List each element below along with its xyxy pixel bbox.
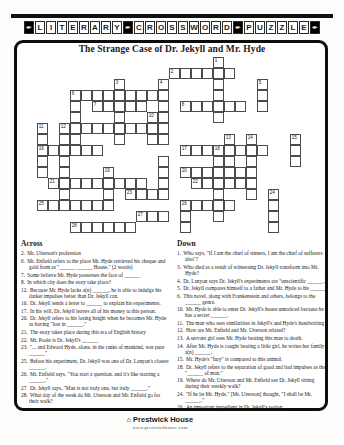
grid-cell[interactable]: [246, 145, 257, 156]
grid-cell[interactable]: 22: [191, 178, 202, 189]
grid-void: [257, 134, 268, 145]
grid-cell[interactable]: [191, 68, 202, 79]
grid-cell[interactable]: [246, 156, 257, 167]
grid-cell[interactable]: [235, 167, 246, 178]
grid-void: [290, 57, 301, 68]
publisher-name: Prestwick House: [133, 415, 193, 424]
cell-number: 16: [39, 146, 44, 151]
grid-cell[interactable]: 18: [213, 145, 224, 156]
grid-cell[interactable]: [81, 90, 92, 101]
letter-tile: S: [178, 21, 188, 34]
grid-cell[interactable]: [257, 145, 268, 156]
across-clue-list: 2. Mr. Utterson's profession6. Mr. Enfie…: [21, 250, 170, 404]
grid-void: [290, 68, 301, 79]
grid-cell[interactable]: [147, 90, 158, 101]
grid-cell[interactable]: 21: [48, 178, 59, 189]
grid-void: [136, 145, 147, 156]
grid-cell[interactable]: [81, 123, 92, 134]
grid-cell[interactable]: [202, 200, 213, 211]
grid-cell[interactable]: [224, 167, 235, 178]
grid-void: [268, 68, 279, 79]
grid-cell[interactable]: 7: [92, 101, 103, 112]
grid-cell[interactable]: [114, 222, 125, 233]
grid-cell[interactable]: [158, 211, 169, 222]
grid-void: [37, 68, 48, 79]
grid-cell[interactable]: [59, 200, 70, 211]
grid-void: [268, 57, 279, 68]
grid-void: [268, 112, 279, 123]
grid-cell[interactable]: [92, 123, 103, 134]
clue-text: Mr. Utterson's profession: [27, 250, 80, 256]
grid-cell[interactable]: [125, 90, 136, 101]
grid-cell[interactable]: [136, 101, 147, 112]
grid-cell[interactable]: [202, 167, 213, 178]
grid-void: [290, 189, 301, 200]
grid-cell[interactable]: [114, 134, 125, 145]
grid-cell[interactable]: 2: [169, 68, 180, 79]
grid-void: [191, 57, 202, 68]
grid-cell[interactable]: [136, 178, 147, 189]
clue-text: Dr. Jekyll refers to his losing height w…: [29, 315, 166, 327]
grid-void: [279, 167, 290, 178]
grid-cell[interactable]: 20: [180, 167, 191, 178]
letter-tile: U: [255, 21, 265, 34]
grid-cell[interactable]: [191, 200, 202, 211]
grid-void: [202, 79, 213, 90]
grid-cell[interactable]: [158, 101, 169, 112]
grid-void: [202, 156, 213, 167]
grid-cell[interactable]: [158, 90, 169, 101]
grid-cell[interactable]: [37, 156, 48, 167]
grid-void: [92, 134, 103, 145]
grid-cell[interactable]: [290, 145, 301, 156]
grid-cell[interactable]: [147, 189, 158, 200]
grid-cell[interactable]: [213, 112, 224, 123]
grid-void: [224, 211, 235, 222]
letter-tile: Z: [277, 21, 287, 34]
grid-cell[interactable]: [191, 145, 202, 156]
grid-cell[interactable]: 12: [59, 123, 70, 134]
banner-tile-row: ✒LITERARY✒CROSSWORD✒PUZZLE✒: [0, 21, 344, 34]
grid-void: [125, 134, 136, 145]
clue-text: Dr. Lanyon says Dr. Jekyll's experiments…: [183, 278, 326, 284]
grid-void: [158, 200, 169, 211]
grid-void: [59, 211, 70, 222]
grid-cell[interactable]: [224, 178, 235, 189]
grid-cell[interactable]: [103, 200, 114, 211]
grid-cell[interactable]: [114, 101, 125, 112]
grid-void: [246, 57, 257, 68]
clue-item: 16. Dr. Jekyll sends a letter to ______ …: [21, 300, 170, 306]
grid-void: [114, 211, 125, 222]
letter-tile: R: [79, 21, 89, 34]
clue-item: 18. Dr. Jekyll refers to the separation …: [177, 364, 329, 376]
grid-cell[interactable]: 24: [268, 189, 279, 200]
grid-cell[interactable]: [213, 211, 224, 222]
grid-void: [180, 79, 191, 90]
grid-void: [268, 145, 279, 156]
grid-cell[interactable]: 15: [290, 134, 301, 145]
clue-number: 21.: [21, 329, 30, 335]
cell-number: 12: [61, 124, 66, 129]
grid-cell[interactable]: [202, 101, 213, 112]
grid-cell[interactable]: [70, 178, 81, 189]
clue-item: 15. Mr. Hyde's "fury" is compared to thi…: [177, 356, 329, 362]
grid-void: [92, 189, 103, 200]
cell-number: 20: [182, 168, 187, 173]
grid-cell[interactable]: [103, 222, 114, 233]
cell-number: 1: [215, 58, 218, 63]
grid-void: [169, 112, 180, 123]
grid-void: [147, 222, 158, 233]
grid-void: [279, 211, 290, 222]
grid-void: [70, 68, 81, 79]
grid-cell[interactable]: [92, 200, 103, 211]
grid-void: [103, 57, 114, 68]
grid-cell[interactable]: [290, 156, 301, 167]
grid-cell[interactable]: [103, 101, 114, 112]
grid-cell[interactable]: [257, 101, 268, 112]
grid-cell[interactable]: [48, 200, 59, 211]
grid-cell[interactable]: [213, 79, 224, 90]
clue-item: 17. In his will, Dr. Jekyll leaves all o…: [21, 308, 170, 314]
letter-tile: I: [46, 21, 56, 34]
grid-cell[interactable]: [125, 222, 136, 233]
clue-text: Before his experiment, Dr. Jekyll was on…: [29, 358, 169, 370]
grid-void: [114, 200, 125, 211]
cell-number: 14: [248, 135, 253, 140]
grid-cell[interactable]: [191, 167, 202, 178]
grid-cell[interactable]: [235, 145, 246, 156]
grid-cell[interactable]: [125, 101, 136, 112]
clue-text: How are Mr. Enfield and Mr. Utterson rel…: [186, 327, 285, 333]
grid-void: [103, 156, 114, 167]
grid-void: [279, 90, 290, 101]
clue-text: Who died as a result of witnessing Dr. J…: [183, 264, 318, 276]
clue-text: Dr. Jekyll refers to the separation of g…: [185, 364, 326, 376]
grid-void: [169, 200, 180, 211]
grid-cell[interactable]: 13: [224, 134, 235, 145]
grid-cell[interactable]: 10: [147, 112, 158, 123]
grid-cell[interactable]: [202, 68, 213, 79]
grid-cell[interactable]: [147, 123, 158, 134]
grid-cell[interactable]: [147, 134, 158, 145]
grid-cell[interactable]: [246, 167, 257, 178]
grid-void: [136, 68, 147, 79]
grid-cell[interactable]: [213, 167, 224, 178]
grid-void: [92, 156, 103, 167]
grid-cell[interactable]: [191, 101, 202, 112]
grid-cell[interactable]: [103, 123, 114, 134]
grid-void: [180, 156, 191, 167]
clue-text: "If he be Mr. Hyde," [Mr. Utterson] thou…: [185, 391, 312, 403]
grid-void: [48, 167, 59, 178]
grid-void: [257, 68, 268, 79]
cell-number: 5: [259, 80, 262, 85]
grid-void: [257, 112, 268, 123]
grid-void: [37, 189, 48, 200]
grid-void: [202, 211, 213, 222]
grid-void: [147, 101, 158, 112]
clue-text: After Mr. Hyde is caught beating a littl…: [185, 343, 325, 355]
grid-cell[interactable]: 28: [70, 222, 81, 233]
grid-cell[interactable]: [213, 178, 224, 189]
grid-void: [268, 101, 279, 112]
grid-void: [169, 79, 180, 90]
letter-tile: Y: [112, 21, 122, 34]
grid-cell[interactable]: [70, 200, 81, 211]
grid-cell[interactable]: [70, 112, 81, 123]
grid-cell[interactable]: 27: [136, 211, 147, 222]
ornament-tile-icon: ✒: [310, 21, 320, 34]
grid-cell[interactable]: 23: [125, 189, 136, 200]
grid-void: [103, 134, 114, 145]
grid-void: [81, 189, 92, 200]
letter-tile: A: [90, 21, 100, 34]
grid-cell[interactable]: [268, 211, 279, 222]
grid-cell[interactable]: [59, 167, 70, 178]
grid-cell[interactable]: [246, 189, 257, 200]
grid-cell[interactable]: [81, 200, 92, 211]
grid-void: [37, 101, 48, 112]
grid-void: [48, 101, 59, 112]
grid-cell[interactable]: [136, 189, 147, 200]
grid-void: [279, 222, 290, 233]
clue-text: Mr. Hyde is able to enter Dr. Jekyll's h…: [185, 306, 324, 318]
grid-cell[interactable]: [202, 178, 213, 189]
grid-void: [169, 156, 180, 167]
grid-cell[interactable]: 19: [103, 167, 114, 178]
grid-cell[interactable]: [213, 68, 224, 79]
grid-void: [279, 123, 290, 134]
grid-cell[interactable]: [81, 145, 92, 156]
grid-cell[interactable]: 1: [213, 57, 224, 68]
grid-cell[interactable]: [70, 101, 81, 112]
grid-cell[interactable]: 14: [246, 134, 257, 145]
grid-void: [279, 79, 290, 90]
grid-cell[interactable]: [213, 200, 224, 211]
grid-void: [48, 123, 59, 134]
grid-void: [103, 68, 114, 79]
grid-void: [235, 90, 246, 101]
grid-cell[interactable]: [114, 123, 125, 134]
grid-cell[interactable]: [114, 112, 125, 123]
grid-cell[interactable]: [59, 189, 70, 200]
cell-number: 6: [72, 91, 75, 96]
grid-void: [48, 156, 59, 167]
grid-cell[interactable]: 25: [37, 200, 48, 211]
grid-void: [59, 101, 70, 112]
grid-cell[interactable]: [92, 222, 103, 233]
grid-cell[interactable]: [224, 68, 235, 79]
clue-item: 7. Some believe Mr. Hyde possesses the f…: [21, 272, 170, 278]
grid-cell[interactable]: [92, 145, 103, 156]
grid-cell[interactable]: [158, 189, 169, 200]
grid-cell[interactable]: 3: [114, 79, 125, 90]
clue-item: 27. Dr. Jekyll says, "Man is not truly o…: [21, 385, 170, 391]
clue-item: 23. "... and Edward Hyde, alone, in the …: [21, 344, 170, 356]
grid-void: [268, 167, 279, 178]
grid-cell[interactable]: [158, 167, 169, 178]
grid-cell[interactable]: [125, 178, 136, 189]
grid-cell[interactable]: [92, 90, 103, 101]
grid-void: [202, 222, 213, 233]
grid-void: [235, 112, 246, 123]
grid-void: [136, 57, 147, 68]
grid-void: [81, 211, 92, 222]
letter-tile: O: [200, 21, 210, 34]
grid-cell[interactable]: [103, 178, 114, 189]
grid-void: [290, 112, 301, 123]
grid-void: [70, 211, 81, 222]
grid-cell[interactable]: [70, 123, 81, 134]
grid-cell[interactable]: [37, 167, 48, 178]
grid-void: [169, 90, 180, 101]
grid-void: [37, 112, 48, 123]
grid-cell[interactable]: [125, 123, 136, 134]
grid-void: [37, 79, 48, 90]
grid-void: [246, 200, 257, 211]
grid-cell[interactable]: [81, 178, 92, 189]
grid-cell[interactable]: [257, 90, 268, 101]
grid-cell[interactable]: [224, 101, 235, 112]
grid-void: [48, 90, 59, 101]
grid-cell[interactable]: [70, 134, 81, 145]
grid-cell[interactable]: [246, 178, 257, 189]
grid-void: [290, 200, 301, 211]
grid-cell[interactable]: [48, 145, 59, 156]
grid-void: [202, 112, 213, 123]
grid-cell[interactable]: [224, 145, 235, 156]
grid-void: [224, 90, 235, 101]
grid-cell[interactable]: [213, 101, 224, 112]
grid-void: [37, 178, 48, 189]
clue-text: What day of the week do Mr. Utterson and…: [29, 392, 160, 404]
grid-cell[interactable]: 17: [180, 145, 191, 156]
grid-cell[interactable]: [37, 134, 48, 145]
grid-cell[interactable]: [268, 222, 279, 233]
grid-void: [169, 57, 180, 68]
grid-cell[interactable]: [147, 211, 158, 222]
grid-cell[interactable]: [158, 123, 169, 134]
grid-cell[interactable]: 26: [180, 200, 191, 211]
grid-void: [169, 145, 180, 156]
grid-cell[interactable]: 5: [257, 79, 268, 90]
grid-void: [125, 57, 136, 68]
grid-cell[interactable]: [235, 178, 246, 189]
grid-cell[interactable]: [268, 200, 279, 211]
grid-void: [81, 167, 92, 178]
grid-cell[interactable]: [92, 178, 103, 189]
grid-void: [191, 134, 202, 145]
clue-number: 16.: [21, 300, 30, 306]
grid-cell[interactable]: [158, 112, 169, 123]
grid-cell[interactable]: [224, 200, 235, 211]
cell-number: 24: [270, 190, 275, 195]
grid-void: [224, 79, 235, 90]
grid-cell[interactable]: [81, 222, 92, 233]
grid-cell[interactable]: [114, 178, 125, 189]
grid-void: [37, 57, 48, 68]
grid-void: [235, 222, 246, 233]
grid-cell[interactable]: [114, 90, 125, 101]
grid-cell[interactable]: 6: [70, 90, 81, 101]
grid-void: [70, 57, 81, 68]
grid-void: [147, 145, 158, 156]
grid-void: [246, 222, 257, 233]
grid-void: [169, 222, 180, 233]
grid-cell[interactable]: [59, 145, 70, 156]
grid-void: [279, 156, 290, 167]
grid-void: [114, 156, 125, 167]
grid-cell[interactable]: [158, 156, 169, 167]
grid-cell[interactable]: [213, 156, 224, 167]
grid-void: [268, 123, 279, 134]
grid-cell[interactable]: [180, 222, 191, 233]
letter-tile: L: [35, 21, 45, 34]
letter-tile: W: [189, 21, 199, 34]
grid-void: [268, 79, 279, 90]
grid-cell[interactable]: [70, 145, 81, 156]
grid-void: [257, 178, 268, 189]
grid-void: [158, 57, 169, 68]
grid-cell[interactable]: 8: [180, 101, 191, 112]
grid-void: [125, 79, 136, 90]
grid-cell[interactable]: 11: [37, 123, 48, 134]
grid-cell[interactable]: [213, 90, 224, 101]
grid-cell[interactable]: [59, 156, 70, 167]
grid-cell[interactable]: [103, 90, 114, 101]
grid-cell[interactable]: [224, 156, 235, 167]
grid-void: [59, 79, 70, 90]
letter-tile: R: [211, 21, 221, 34]
cell-number: 28: [72, 223, 77, 228]
clue-item: 14. After Mr. Hyde is caught beating a l…: [177, 343, 329, 355]
grid-void: [290, 101, 301, 112]
clue-text: In his will, Dr. Jekyll leaves all of hi…: [30, 308, 156, 314]
grid-void: [257, 57, 268, 68]
grid-cell[interactable]: [158, 178, 169, 189]
grid-cell[interactable]: 4: [158, 79, 169, 90]
grid-void: [103, 79, 114, 90]
grid-cell[interactable]: [136, 90, 147, 101]
clue-item: 5. Dr. Jekyll compares himself to a fath…: [177, 285, 329, 291]
grid-void: [235, 156, 246, 167]
puzzle-title: The Strange Case of Dr. Jekyll and Mr. H…: [0, 44, 344, 54]
grid-void: [246, 68, 257, 79]
grid-void: [279, 68, 290, 79]
clue-item: 28. What day of the week do Mr. Utterson…: [21, 392, 170, 404]
grid-cell[interactable]: [213, 189, 224, 200]
grid-void: [81, 112, 92, 123]
grid-cell[interactable]: [59, 178, 70, 189]
grid-cell[interactable]: [103, 189, 114, 200]
grid-cell[interactable]: [202, 145, 213, 156]
cell-number: 19: [105, 168, 110, 173]
grid-cell[interactable]: [180, 211, 191, 222]
grid-cell[interactable]: [180, 68, 191, 79]
grid-void: [235, 134, 246, 145]
grid-cell[interactable]: [59, 134, 70, 145]
grid-cell[interactable]: 16: [37, 145, 48, 156]
grid-void: [136, 222, 147, 233]
grid-void: [224, 189, 235, 200]
grid-void: [114, 189, 125, 200]
grid-void: [290, 222, 301, 233]
grid-cell[interactable]: [235, 101, 246, 112]
grid-cell[interactable]: [158, 134, 169, 145]
grid-cell[interactable]: [136, 123, 147, 134]
